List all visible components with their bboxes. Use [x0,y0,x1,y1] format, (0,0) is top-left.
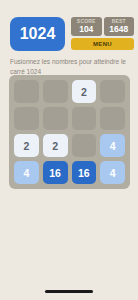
board-cell [100,107,125,130]
stats-row: SCORE 104 BEST 1648 [71,17,134,36]
board-cell [43,80,68,103]
tile-16: 16 [72,161,97,184]
tile-16: 16 [43,161,68,184]
best-value: 1648 [109,25,128,34]
menu-button[interactable]: MENU [71,38,134,50]
tile-2: 2 [14,134,39,157]
tile-4: 4 [14,161,39,184]
app-title: 1024 [20,25,56,43]
board-cell: 4 [14,161,39,184]
board-cell: 2 [14,134,39,157]
board-cell [72,107,97,130]
board-cell [14,107,39,130]
board-cell [14,80,39,103]
board-cell: 16 [43,161,68,184]
score-box: SCORE 104 [71,17,102,36]
app-title-tile: 1024 [10,17,65,51]
board-cell: 2 [43,134,68,157]
tile-2: 2 [43,134,68,157]
home-indicator [45,290,93,293]
best-box: BEST 1648 [104,17,135,36]
board-cell [43,107,68,130]
board-cell [72,134,97,157]
board-cell: 4 [100,134,125,157]
board-cell: 16 [72,161,97,184]
game-screen: 1024 SCORE 104 BEST 1648 MENU Fusionnez … [0,0,138,300]
board-cell: 2 [72,80,97,103]
tile-4: 4 [100,134,125,157]
board-cell [100,80,125,103]
score-value: 104 [79,25,93,34]
tile-2: 2 [72,80,97,103]
board-cell: 4 [100,161,125,184]
tile-4: 4 [100,161,125,184]
game-board[interactable]: 2224416164 [9,75,130,189]
